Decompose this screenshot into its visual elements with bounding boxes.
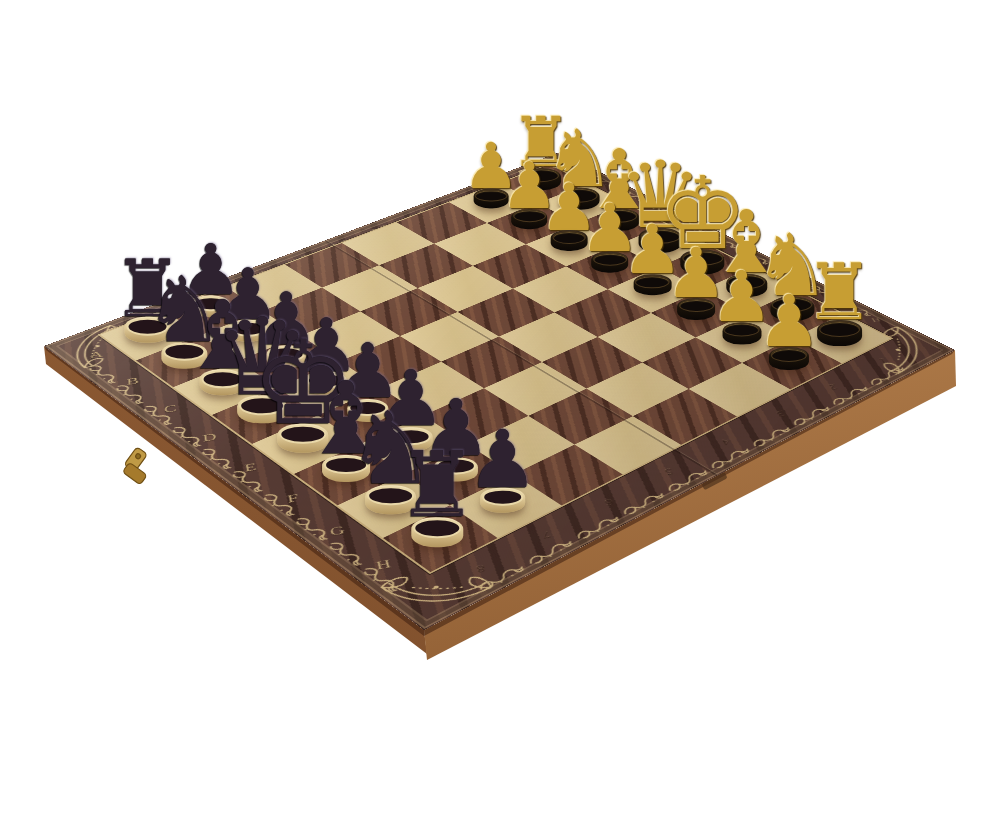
piece-base-cylinder (411, 517, 463, 546)
piece-base-cylinder (769, 348, 809, 370)
piece-white-pawn-h2[interactable]: ♟ (757, 289, 821, 370)
piece-black-rook-h8[interactable]: ♜ (396, 443, 477, 547)
pieces-layer: ♜♞♝♛♚♝♞♜♟♟♟♟♟♟♟♟♟♟♟♟♟♟♟♟♜♞♝♛♚♝♞♜ (0, 0, 1000, 819)
white-pawn-glyph: ♟ (757, 289, 821, 355)
piece-base-cylinder (722, 322, 761, 344)
product-photo-stage: AABBCCDDEEFFGGHH8877665544332211 ♜♞♝♛♚♝♞… (0, 0, 1000, 819)
piece-base-cylinder (480, 488, 524, 513)
piece-base-cylinder (817, 321, 862, 346)
black-rook-glyph: ♜ (396, 443, 477, 527)
